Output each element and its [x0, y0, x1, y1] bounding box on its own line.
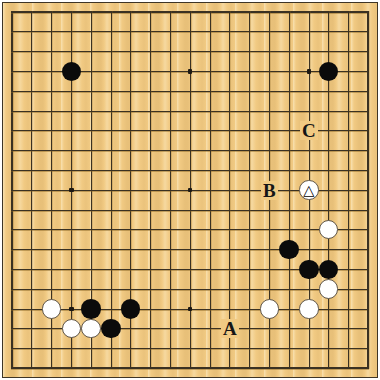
- intersection[interactable]: [200, 42, 220, 62]
- intersection[interactable]: [22, 160, 42, 180]
- intersection[interactable]: [279, 358, 299, 378]
- intersection[interactable]: C: [299, 121, 319, 141]
- intersection[interactable]: [200, 141, 220, 161]
- intersection[interactable]: [339, 220, 359, 240]
- intersection[interactable]: [61, 358, 81, 378]
- intersection[interactable]: [259, 141, 279, 161]
- intersection[interactable]: [42, 81, 62, 101]
- intersection[interactable]: [358, 180, 378, 200]
- intersection[interactable]: [101, 22, 121, 42]
- intersection[interactable]: [160, 160, 180, 180]
- intersection[interactable]: [2, 101, 22, 121]
- intersection[interactable]: [180, 339, 200, 359]
- intersection[interactable]: [81, 101, 101, 121]
- intersection[interactable]: [240, 259, 260, 279]
- intersection[interactable]: [319, 279, 339, 299]
- intersection[interactable]: [61, 121, 81, 141]
- intersection[interactable]: [358, 81, 378, 101]
- intersection[interactable]: [81, 121, 101, 141]
- intersection[interactable]: [160, 220, 180, 240]
- intersection[interactable]: [180, 180, 200, 200]
- intersection[interactable]: [81, 180, 101, 200]
- intersection[interactable]: [101, 259, 121, 279]
- intersection[interactable]: [299, 200, 319, 220]
- intersection[interactable]: [121, 81, 141, 101]
- intersection[interactable]: [339, 299, 359, 319]
- intersection[interactable]: [240, 101, 260, 121]
- intersection[interactable]: [319, 339, 339, 359]
- intersection[interactable]: [279, 240, 299, 260]
- intersection[interactable]: [200, 22, 220, 42]
- intersection[interactable]: [240, 141, 260, 161]
- intersection[interactable]: [141, 319, 161, 339]
- white-stone[interactable]: [42, 299, 61, 318]
- intersection[interactable]: [339, 279, 359, 299]
- intersection[interactable]: [358, 339, 378, 359]
- intersection[interactable]: [121, 200, 141, 220]
- intersection[interactable]: [180, 259, 200, 279]
- intersection[interactable]: [22, 319, 42, 339]
- intersection[interactable]: [141, 240, 161, 260]
- intersection[interactable]: [2, 81, 22, 101]
- intersection[interactable]: [299, 319, 319, 339]
- intersection[interactable]: [22, 42, 42, 62]
- intersection[interactable]: [220, 121, 240, 141]
- intersection[interactable]: [240, 180, 260, 200]
- intersection[interactable]: [240, 299, 260, 319]
- intersection[interactable]: [200, 2, 220, 22]
- intersection[interactable]: [299, 42, 319, 62]
- intersection[interactable]: [220, 259, 240, 279]
- intersection[interactable]: [240, 22, 260, 42]
- intersection[interactable]: [180, 200, 200, 220]
- intersection[interactable]: [319, 141, 339, 161]
- black-stone[interactable]: [81, 299, 100, 318]
- intersection[interactable]: [101, 121, 121, 141]
- white-stone[interactable]: △: [299, 180, 318, 199]
- intersection[interactable]: [22, 22, 42, 42]
- intersection[interactable]: [299, 240, 319, 260]
- intersection[interactable]: [81, 240, 101, 260]
- intersection[interactable]: [259, 319, 279, 339]
- intersection[interactable]: [121, 22, 141, 42]
- intersection[interactable]: [61, 200, 81, 220]
- intersection[interactable]: [180, 279, 200, 299]
- intersection[interactable]: [81, 339, 101, 359]
- intersection[interactable]: [121, 101, 141, 121]
- white-stone[interactable]: [299, 299, 318, 318]
- intersection[interactable]: [121, 358, 141, 378]
- intersection[interactable]: [101, 299, 121, 319]
- intersection[interactable]: [358, 141, 378, 161]
- intersection[interactable]: [279, 42, 299, 62]
- intersection[interactable]: [2, 319, 22, 339]
- intersection[interactable]: [339, 358, 359, 378]
- intersection[interactable]: [220, 240, 240, 260]
- intersection[interactable]: [42, 2, 62, 22]
- intersection[interactable]: [61, 279, 81, 299]
- intersection[interactable]: [42, 180, 62, 200]
- intersection[interactable]: [319, 121, 339, 141]
- intersection[interactable]: [319, 2, 339, 22]
- intersection[interactable]: [61, 42, 81, 62]
- intersection[interactable]: [299, 358, 319, 378]
- black-stone[interactable]: [121, 299, 140, 318]
- intersection[interactable]: [101, 319, 121, 339]
- intersection[interactable]: [42, 279, 62, 299]
- intersection[interactable]: [220, 2, 240, 22]
- intersection[interactable]: [121, 240, 141, 260]
- intersection[interactable]: [2, 259, 22, 279]
- intersection[interactable]: [121, 42, 141, 62]
- intersection[interactable]: [319, 180, 339, 200]
- intersection[interactable]: [358, 259, 378, 279]
- intersection[interactable]: [22, 220, 42, 240]
- intersection[interactable]: [220, 42, 240, 62]
- intersection[interactable]: [121, 180, 141, 200]
- intersection[interactable]: [339, 160, 359, 180]
- intersection[interactable]: [22, 299, 42, 319]
- intersection[interactable]: [358, 121, 378, 141]
- intersection[interactable]: [2, 220, 22, 240]
- intersection[interactable]: [200, 279, 220, 299]
- intersection[interactable]: [42, 299, 62, 319]
- white-stone[interactable]: [260, 299, 279, 318]
- intersection[interactable]: [121, 259, 141, 279]
- intersection[interactable]: [160, 42, 180, 62]
- intersection[interactable]: [259, 101, 279, 121]
- intersection[interactable]: [42, 200, 62, 220]
- intersection[interactable]: [220, 141, 240, 161]
- intersection[interactable]: [299, 339, 319, 359]
- intersection[interactable]: [339, 240, 359, 260]
- intersection[interactable]: [22, 339, 42, 359]
- intersection[interactable]: [61, 240, 81, 260]
- intersection[interactable]: [259, 61, 279, 81]
- intersection[interactable]: [121, 141, 141, 161]
- intersection[interactable]: [299, 141, 319, 161]
- intersection[interactable]: [358, 279, 378, 299]
- intersection[interactable]: [141, 259, 161, 279]
- intersection[interactable]: [279, 101, 299, 121]
- intersection[interactable]: [279, 121, 299, 141]
- intersection[interactable]: [2, 141, 22, 161]
- intersection[interactable]: [200, 220, 220, 240]
- intersection[interactable]: [279, 220, 299, 240]
- intersection[interactable]: [61, 2, 81, 22]
- intersection[interactable]: [240, 358, 260, 378]
- intersection[interactable]: [299, 259, 319, 279]
- intersection[interactable]: [220, 279, 240, 299]
- intersection[interactable]: [339, 22, 359, 42]
- intersection[interactable]: [358, 299, 378, 319]
- intersection[interactable]: [22, 81, 42, 101]
- intersection[interactable]: [319, 61, 339, 81]
- intersection[interactable]: [358, 101, 378, 121]
- intersection[interactable]: [180, 220, 200, 240]
- intersection[interactable]: [200, 121, 220, 141]
- intersection[interactable]: [101, 220, 121, 240]
- intersection[interactable]: [2, 160, 22, 180]
- intersection[interactable]: [61, 22, 81, 42]
- intersection[interactable]: [22, 180, 42, 200]
- intersection[interactable]: [259, 121, 279, 141]
- intersection[interactable]: [319, 240, 339, 260]
- intersection[interactable]: [22, 200, 42, 220]
- intersection[interactable]: [240, 121, 260, 141]
- intersection[interactable]: [160, 22, 180, 42]
- intersection[interactable]: [121, 220, 141, 240]
- intersection[interactable]: [22, 279, 42, 299]
- intersection[interactable]: [180, 101, 200, 121]
- black-stone[interactable]: [299, 260, 318, 279]
- intersection[interactable]: [240, 339, 260, 359]
- intersection[interactable]: [2, 61, 22, 81]
- intersection[interactable]: [42, 101, 62, 121]
- intersection[interactable]: [259, 22, 279, 42]
- intersection[interactable]: [101, 61, 121, 81]
- intersection[interactable]: [259, 339, 279, 359]
- intersection[interactable]: [339, 2, 359, 22]
- intersection[interactable]: [299, 81, 319, 101]
- intersection[interactable]: [81, 141, 101, 161]
- intersection[interactable]: [61, 160, 81, 180]
- intersection[interactable]: [141, 42, 161, 62]
- intersection[interactable]: [200, 180, 220, 200]
- intersection[interactable]: [220, 220, 240, 240]
- intersection[interactable]: [22, 259, 42, 279]
- intersection[interactable]: [339, 81, 359, 101]
- intersection[interactable]: [279, 180, 299, 200]
- intersection[interactable]: [42, 42, 62, 62]
- intersection[interactable]: [200, 299, 220, 319]
- intersection[interactable]: [160, 279, 180, 299]
- intersection[interactable]: [61, 81, 81, 101]
- intersection[interactable]: [240, 2, 260, 22]
- intersection[interactable]: [141, 2, 161, 22]
- intersection[interactable]: [259, 81, 279, 101]
- intersection[interactable]: [180, 81, 200, 101]
- white-stone[interactable]: [81, 319, 100, 338]
- point-label-B[interactable]: B: [261, 181, 278, 200]
- intersection[interactable]: [339, 180, 359, 200]
- intersection[interactable]: [2, 279, 22, 299]
- intersection[interactable]: [160, 358, 180, 378]
- intersection[interactable]: [160, 319, 180, 339]
- intersection[interactable]: [42, 339, 62, 359]
- intersection[interactable]: [240, 81, 260, 101]
- intersection[interactable]: [2, 299, 22, 319]
- intersection[interactable]: [42, 61, 62, 81]
- white-stone[interactable]: [319, 279, 338, 298]
- intersection[interactable]: [42, 141, 62, 161]
- intersection[interactable]: [160, 141, 180, 161]
- intersection[interactable]: [358, 160, 378, 180]
- intersection[interactable]: [81, 2, 101, 22]
- intersection[interactable]: △: [299, 180, 319, 200]
- intersection[interactable]: [220, 81, 240, 101]
- intersection[interactable]: [299, 22, 319, 42]
- intersection[interactable]: [180, 319, 200, 339]
- intersection[interactable]: [42, 121, 62, 141]
- intersection[interactable]: [180, 358, 200, 378]
- intersection[interactable]: [339, 339, 359, 359]
- intersection[interactable]: [180, 121, 200, 141]
- intersection[interactable]: [259, 358, 279, 378]
- black-stone[interactable]: [101, 319, 120, 338]
- intersection[interactable]: [180, 61, 200, 81]
- intersection[interactable]: [299, 101, 319, 121]
- intersection[interactable]: [319, 81, 339, 101]
- intersection[interactable]: [200, 160, 220, 180]
- intersection[interactable]: [319, 101, 339, 121]
- point-label-A[interactable]: A: [221, 319, 239, 338]
- intersection[interactable]: [160, 81, 180, 101]
- intersection[interactable]: [200, 259, 220, 279]
- intersection[interactable]: [141, 200, 161, 220]
- intersection[interactable]: [220, 180, 240, 200]
- intersection[interactable]: [339, 61, 359, 81]
- intersection[interactable]: [121, 279, 141, 299]
- intersection[interactable]: [160, 339, 180, 359]
- intersection[interactable]: [259, 259, 279, 279]
- intersection[interactable]: [259, 160, 279, 180]
- point-label-C[interactable]: C: [300, 121, 318, 140]
- intersection[interactable]: [339, 200, 359, 220]
- intersection[interactable]: [160, 259, 180, 279]
- intersection[interactable]: [2, 180, 22, 200]
- intersection[interactable]: [279, 61, 299, 81]
- intersection[interactable]: [141, 279, 161, 299]
- intersection[interactable]: [279, 319, 299, 339]
- intersection[interactable]: [141, 160, 161, 180]
- intersection[interactable]: [61, 259, 81, 279]
- intersection[interactable]: [160, 121, 180, 141]
- intersection[interactable]: [279, 2, 299, 22]
- intersection[interactable]: [101, 200, 121, 220]
- black-stone[interactable]: [319, 260, 338, 279]
- intersection[interactable]: [160, 2, 180, 22]
- intersection[interactable]: [2, 2, 22, 22]
- intersection[interactable]: [61, 141, 81, 161]
- intersection[interactable]: [220, 101, 240, 121]
- intersection[interactable]: [42, 240, 62, 260]
- intersection[interactable]: [101, 240, 121, 260]
- intersection[interactable]: [141, 121, 161, 141]
- intersection[interactable]: [259, 2, 279, 22]
- intersection[interactable]: [358, 22, 378, 42]
- intersection[interactable]: [319, 319, 339, 339]
- black-stone[interactable]: [319, 62, 338, 81]
- intersection[interactable]: [339, 42, 359, 62]
- intersection[interactable]: [42, 22, 62, 42]
- intersection[interactable]: [259, 220, 279, 240]
- intersection[interactable]: [259, 299, 279, 319]
- intersection[interactable]: [180, 240, 200, 260]
- intersection[interactable]: [81, 358, 101, 378]
- intersection[interactable]: [180, 141, 200, 161]
- intersection[interactable]: [220, 339, 240, 359]
- intersection[interactable]: [141, 81, 161, 101]
- intersection[interactable]: B: [259, 180, 279, 200]
- intersection[interactable]: [2, 339, 22, 359]
- intersection[interactable]: [279, 160, 299, 180]
- intersection[interactable]: [141, 339, 161, 359]
- intersection[interactable]: [358, 42, 378, 62]
- intersection[interactable]: [81, 22, 101, 42]
- intersection[interactable]: [121, 121, 141, 141]
- intersection[interactable]: [200, 81, 220, 101]
- intersection[interactable]: [101, 141, 121, 161]
- intersection[interactable]: [339, 259, 359, 279]
- intersection[interactable]: [319, 22, 339, 42]
- intersection[interactable]: [339, 121, 359, 141]
- intersection[interactable]: [200, 101, 220, 121]
- intersection[interactable]: [240, 42, 260, 62]
- intersection[interactable]: [240, 61, 260, 81]
- intersection[interactable]: [339, 101, 359, 121]
- intersection[interactable]: [160, 180, 180, 200]
- intersection[interactable]: [61, 299, 81, 319]
- intersection[interactable]: [319, 160, 339, 180]
- intersection[interactable]: [81, 279, 101, 299]
- intersection[interactable]: [200, 339, 220, 359]
- intersection[interactable]: [160, 61, 180, 81]
- intersection[interactable]: [81, 259, 101, 279]
- intersection[interactable]: [259, 279, 279, 299]
- intersection[interactable]: [180, 22, 200, 42]
- intersection[interactable]: [200, 200, 220, 220]
- intersection[interactable]: [358, 240, 378, 260]
- intersection[interactable]: [101, 101, 121, 121]
- intersection[interactable]: [42, 358, 62, 378]
- intersection[interactable]: [220, 358, 240, 378]
- intersection[interactable]: [61, 220, 81, 240]
- intersection[interactable]: [141, 220, 161, 240]
- intersection[interactable]: [358, 61, 378, 81]
- intersection[interactable]: [61, 339, 81, 359]
- white-stone[interactable]: [319, 220, 338, 239]
- intersection[interactable]: [22, 358, 42, 378]
- intersection[interactable]: [299, 160, 319, 180]
- intersection[interactable]: [101, 339, 121, 359]
- intersection[interactable]: [339, 319, 359, 339]
- intersection[interactable]: [2, 358, 22, 378]
- intersection[interactable]: [81, 220, 101, 240]
- black-stone[interactable]: [279, 240, 298, 259]
- intersection[interactable]: [61, 319, 81, 339]
- intersection[interactable]: [81, 299, 101, 319]
- intersection[interactable]: [81, 160, 101, 180]
- intersection[interactable]: [180, 2, 200, 22]
- intersection[interactable]: [61, 61, 81, 81]
- intersection[interactable]: [220, 22, 240, 42]
- intersection[interactable]: [220, 61, 240, 81]
- intersection[interactable]: [200, 61, 220, 81]
- intersection[interactable]: [22, 61, 42, 81]
- intersection[interactable]: [279, 81, 299, 101]
- intersection[interactable]: [200, 319, 220, 339]
- intersection[interactable]: [240, 279, 260, 299]
- intersection[interactable]: [2, 240, 22, 260]
- intersection[interactable]: [101, 180, 121, 200]
- intersection[interactable]: [299, 220, 319, 240]
- intersection[interactable]: [220, 200, 240, 220]
- intersection[interactable]: [141, 141, 161, 161]
- intersection[interactable]: [101, 81, 121, 101]
- intersection[interactable]: [319, 259, 339, 279]
- intersection[interactable]: [22, 121, 42, 141]
